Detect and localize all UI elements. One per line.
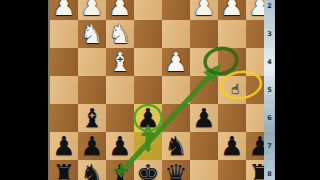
square-d5[interactable] [162, 76, 190, 104]
black-bishop-g6[interactable]: ♝ [78, 104, 106, 132]
square-g4[interactable] [78, 48, 106, 76]
square-f6[interactable] [106, 104, 134, 132]
square-d4[interactable]: ♟ [162, 48, 190, 76]
square-h4[interactable] [50, 48, 78, 76]
square-b6[interactable] [218, 104, 246, 132]
square-g7[interactable]: ♟ [78, 132, 106, 160]
square-f5[interactable] [106, 76, 134, 104]
square-e8[interactable]: ♚ [134, 160, 162, 180]
white-pawn-h2[interactable]: ♟ [50, 0, 78, 20]
square-h3[interactable] [50, 20, 78, 48]
white-pawn-d4[interactable]: ♟ [162, 48, 190, 76]
square-d7[interactable]: ♞ [162, 132, 190, 160]
square-g8[interactable]: ♞ [78, 160, 106, 180]
white-knight-g3[interactable]: ♞ [78, 20, 106, 48]
square-e4[interactable] [134, 48, 162, 76]
rank-label-8: 8 [264, 170, 275, 178]
black-king-e8[interactable]: ♚ [134, 160, 162, 180]
square-g2[interactable]: ♟ [78, 0, 106, 20]
black-knight-d7[interactable]: ♞ [162, 132, 190, 160]
square-c5[interactable] [190, 76, 218, 104]
square-f2[interactable]: ♟ [106, 0, 134, 20]
square-h6[interactable] [50, 104, 78, 132]
square-g3[interactable]: ♞ [78, 20, 106, 48]
chess-board: ♜♝♚♛♜♟♟♟♟♟♟♞♞♝♟♝♟♟♟♟♟♞♟♟♜♞♝♚♛♜ [50, 0, 274, 180]
black-pawn-f7[interactable]: ♟ [106, 132, 134, 160]
white-pawn-b2[interactable]: ♟ [218, 0, 246, 20]
square-h8[interactable]: ♜ [50, 160, 78, 180]
square-d2[interactable] [162, 0, 190, 20]
square-e3[interactable] [134, 20, 162, 48]
black-knight-g8[interactable]: ♞ [78, 160, 106, 180]
rank-label-3: 3 [264, 30, 275, 38]
square-b7[interactable]: ♟ [218, 132, 246, 160]
white-pawn-g2[interactable]: ♟ [78, 0, 106, 20]
black-pawn-h7[interactable]: ♟ [50, 132, 78, 160]
square-g5[interactable] [78, 76, 106, 104]
square-b2[interactable]: ♟ [218, 0, 246, 20]
rank-label-2: 2 [264, 2, 275, 10]
square-f8[interactable]: ♝ [106, 160, 134, 180]
square-h5[interactable] [50, 76, 78, 104]
black-pawn-e6[interactable]: ♟ [134, 104, 162, 132]
board-left-edge [48, 0, 50, 180]
square-h7[interactable]: ♟ [50, 132, 78, 160]
black-pawn-g7[interactable]: ♟ [78, 132, 106, 160]
white-bishop-f4[interactable]: ♝ [106, 48, 134, 76]
rank-label-4: 4 [264, 58, 275, 66]
square-e5[interactable] [134, 76, 162, 104]
black-rook-h8[interactable]: ♜ [50, 160, 78, 180]
square-d3[interactable] [162, 20, 190, 48]
square-e7[interactable] [134, 132, 162, 160]
square-d6[interactable] [162, 104, 190, 132]
letterbox-right [275, 0, 320, 180]
rank-label-6: 6 [264, 114, 275, 122]
square-g6[interactable]: ♝ [78, 104, 106, 132]
black-bishop-f8[interactable]: ♝ [106, 160, 134, 180]
rank-label-5: 5 [264, 86, 275, 94]
black-queen-d8[interactable]: ♛ [162, 160, 190, 180]
square-b3[interactable] [218, 20, 246, 48]
square-h2[interactable]: ♟ [50, 0, 78, 20]
square-c8[interactable] [190, 160, 218, 180]
square-c6[interactable]: ♟ [190, 104, 218, 132]
letterbox-left [0, 0, 48, 180]
square-f7[interactable]: ♟ [106, 132, 134, 160]
square-e6[interactable]: ♟ [134, 104, 162, 132]
square-e2[interactable] [134, 0, 162, 20]
square-c7[interactable] [190, 132, 218, 160]
square-c2[interactable]: ♟ [190, 0, 218, 20]
white-pawn-c2[interactable]: ♟ [190, 0, 218, 20]
square-b5[interactable] [218, 76, 246, 104]
square-d8[interactable]: ♛ [162, 160, 190, 180]
square-f3[interactable]: ♞ [106, 20, 134, 48]
square-c4[interactable] [190, 48, 218, 76]
black-pawn-c6[interactable]: ♟ [190, 104, 218, 132]
video-frame: ♜♝♚♛♜♟♟♟♟♟♟♞♞♝♟♝♟♟♟♟♟♞♟♟♜♞♝♚♛♜ ☝ 2345678 [0, 0, 320, 180]
square-b4[interactable] [218, 48, 246, 76]
square-b8[interactable] [218, 160, 246, 180]
square-c3[interactable] [190, 20, 218, 48]
white-pawn-f2[interactable]: ♟ [106, 0, 134, 20]
white-knight-f3[interactable]: ♞ [106, 20, 134, 48]
square-f4[interactable]: ♝ [106, 48, 134, 76]
rank-label-7: 7 [264, 142, 275, 150]
black-pawn-b7[interactable]: ♟ [218, 132, 246, 160]
